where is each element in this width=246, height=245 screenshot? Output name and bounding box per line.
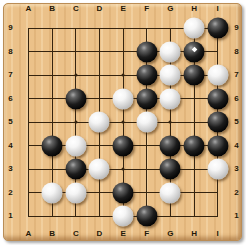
go-board[interactable]: AABBCCDDEEFFGGHHII998877665544332211 xyxy=(3,3,242,241)
black-stone-I5 xyxy=(207,112,228,133)
white-stone-H9 xyxy=(184,18,205,39)
row-label-right-7: 7 xyxy=(234,71,238,79)
white-stone-C4 xyxy=(65,135,86,156)
white-stone-I7 xyxy=(207,65,228,86)
white-stone-E6 xyxy=(113,88,134,109)
white-stone-E1 xyxy=(113,206,134,227)
col-label-bottom-G: G xyxy=(167,230,173,238)
col-label-top-C: C xyxy=(73,5,79,13)
row-label-right-4: 4 xyxy=(234,142,238,150)
row-label-left-3: 3 xyxy=(8,165,12,173)
white-stone-G2 xyxy=(160,182,181,203)
black-stone-E2 xyxy=(113,182,134,203)
hoshi-point-G5 xyxy=(169,121,172,124)
col-label-bottom-H: H xyxy=(191,230,197,238)
black-stone-G3 xyxy=(160,159,181,180)
black-stone-G4 xyxy=(160,135,181,156)
row-label-right-5: 5 xyxy=(234,118,238,126)
row-label-right-6: 6 xyxy=(234,95,238,103)
black-stone-F7 xyxy=(136,65,157,86)
hoshi-point-E5 xyxy=(122,121,125,124)
black-stone-F8 xyxy=(136,41,157,62)
col-label-top-B: B xyxy=(49,5,55,13)
row-label-left-4: 4 xyxy=(8,142,12,150)
black-stone-F1 xyxy=(136,206,157,227)
row-label-left-2: 2 xyxy=(8,189,12,197)
col-label-bottom-E: E xyxy=(120,230,125,238)
col-label-bottom-I: I xyxy=(217,230,219,238)
white-stone-G6 xyxy=(160,88,181,109)
black-stone-F6 xyxy=(136,88,157,109)
col-label-top-E: E xyxy=(120,5,125,13)
white-stone-F5 xyxy=(136,112,157,133)
white-stone-C2 xyxy=(65,182,86,203)
hoshi-point-C5 xyxy=(74,121,77,124)
black-stone-C3 xyxy=(65,159,86,180)
black-stone-C6 xyxy=(65,88,86,109)
white-stone-G8 xyxy=(160,41,181,62)
white-stone-G7 xyxy=(160,65,181,86)
row-label-right-9: 9 xyxy=(234,24,238,32)
col-label-top-A: A xyxy=(26,5,32,13)
row-label-right-3: 3 xyxy=(234,165,238,173)
row-label-left-1: 1 xyxy=(8,212,12,220)
last-move-marker xyxy=(191,47,197,53)
col-label-top-G: G xyxy=(167,5,173,13)
row-label-right-2: 2 xyxy=(234,189,238,197)
black-stone-H7 xyxy=(184,65,205,86)
col-label-bottom-F: F xyxy=(144,230,149,238)
row-label-left-6: 6 xyxy=(8,95,12,103)
black-stone-B4 xyxy=(42,135,63,156)
col-label-top-F: F xyxy=(144,5,149,13)
col-label-top-I: I xyxy=(217,5,219,13)
black-stone-E4 xyxy=(113,135,134,156)
row-label-left-8: 8 xyxy=(8,48,12,56)
black-stone-I6 xyxy=(207,88,228,109)
row-label-left-9: 9 xyxy=(8,24,12,32)
col-label-bottom-A: A xyxy=(26,230,32,238)
white-stone-D5 xyxy=(89,112,110,133)
white-stone-I3 xyxy=(207,159,228,180)
row-label-left-7: 7 xyxy=(8,71,12,79)
col-label-bottom-C: C xyxy=(73,230,79,238)
row-label-left-5: 5 xyxy=(8,118,12,126)
white-stone-B2 xyxy=(42,182,63,203)
black-stone-H8 xyxy=(184,41,205,62)
black-stone-I9 xyxy=(207,18,228,39)
white-stone-D3 xyxy=(89,159,110,180)
col-label-bottom-B: B xyxy=(49,230,55,238)
row-label-right-8: 8 xyxy=(234,48,238,56)
go-board-screenshot: AABBCCDDEEFFGGHHII998877665544332211 xyxy=(0,0,246,245)
col-label-top-D: D xyxy=(97,5,103,13)
hoshi-point-C7 xyxy=(74,74,77,77)
black-stone-H4 xyxy=(184,135,205,156)
row-label-right-1: 1 xyxy=(234,212,238,220)
col-label-bottom-D: D xyxy=(97,230,103,238)
col-label-top-H: H xyxy=(191,5,197,13)
hoshi-point-E7 xyxy=(122,74,125,77)
hoshi-point-E3 xyxy=(122,168,125,171)
black-stone-I4 xyxy=(207,135,228,156)
